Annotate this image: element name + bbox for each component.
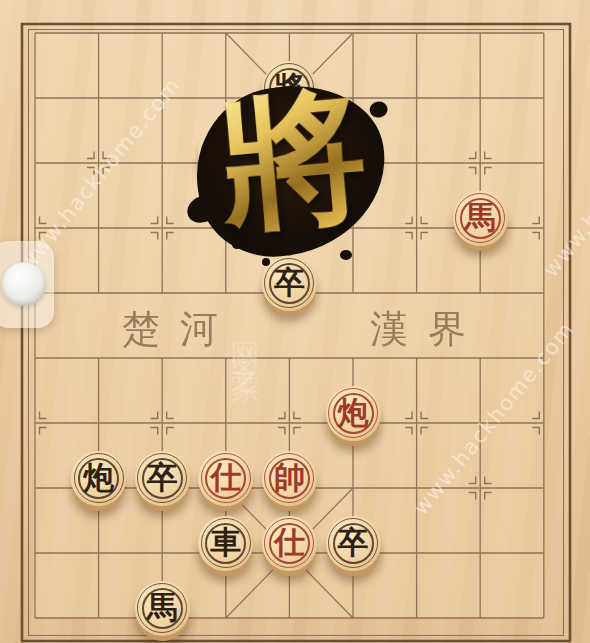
xiangqi-game-screen: 楚河 漢界 將馬卒馬卒炮炮卒仕帥車仕卒馬 將 www.hackhome.com … — [0, 0, 590, 643]
piece-character: 車 — [210, 527, 241, 558]
ink-dot — [340, 250, 352, 260]
floating-assistive-button[interactable] — [0, 241, 54, 328]
piece-馬-black[interactable]: 馬 — [135, 581, 190, 636]
piece-仕-red[interactable]: 仕 — [198, 451, 253, 506]
piece-character: 將 — [274, 72, 305, 103]
piece-卒-black[interactable]: 卒 — [326, 516, 381, 571]
river-label-chu-he: 楚河 — [122, 304, 238, 355]
piece-將-black[interactable]: 將 — [262, 61, 317, 116]
piece-character: 炮 — [83, 462, 114, 493]
piece-卒-black[interactable]: 卒 — [262, 256, 317, 311]
piece-卒-black[interactable]: 卒 — [135, 451, 190, 506]
ink-dot — [232, 240, 242, 249]
piece-character: 馬 — [210, 137, 241, 168]
watermark-text: www.hackhome.com — [539, 79, 590, 282]
piece-馬-red[interactable]: 馬 — [453, 191, 508, 246]
piece-卒-black[interactable]: 卒 — [326, 126, 381, 181]
piece-character: 帥 — [274, 462, 305, 493]
piece-character: 卒 — [274, 267, 305, 298]
piece-character: 馬 — [147, 592, 178, 623]
piece-character: 炮 — [338, 397, 369, 428]
piece-車-black[interactable]: 車 — [198, 516, 253, 571]
piece-character: 馬 — [465, 202, 496, 233]
piece-馬-black[interactable]: 馬 — [198, 126, 253, 181]
piece-炮-red[interactable]: 炮 — [326, 386, 381, 441]
assistive-ball-icon — [2, 262, 46, 306]
piece-炮-black[interactable]: 炮 — [71, 451, 126, 506]
river-label-han-jie: 漢界 — [370, 304, 486, 355]
piece-仕-red[interactable]: 仕 — [262, 516, 317, 571]
piece-character: 卒 — [147, 462, 178, 493]
piece-帥-red[interactable]: 帥 — [262, 451, 317, 506]
piece-character: 卒 — [338, 137, 369, 168]
piece-character: 卒 — [338, 527, 369, 558]
piece-character: 仕 — [210, 462, 241, 493]
piece-character: 仕 — [274, 527, 305, 558]
